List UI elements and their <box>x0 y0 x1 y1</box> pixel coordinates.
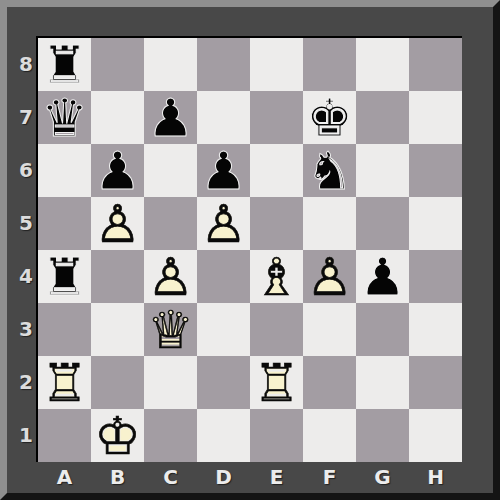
square-c5[interactable] <box>144 197 197 250</box>
square-d2[interactable] <box>197 356 250 409</box>
square-d6[interactable]: ♟ <box>197 144 250 197</box>
rook-outline-icon: ♖ <box>250 357 303 410</box>
square-d1[interactable] <box>197 409 250 462</box>
square-c3[interactable]: ♛♕ <box>144 303 197 356</box>
file-label-e: E <box>250 464 303 493</box>
file-label-h: H <box>409 464 462 493</box>
white-pawn-f4[interactable]: ♟♙ <box>303 250 356 303</box>
square-d4[interactable] <box>197 250 250 303</box>
square-d7[interactable] <box>197 91 250 144</box>
square-h2[interactable] <box>409 356 462 409</box>
file-labels: ABCDEFGH <box>38 464 464 493</box>
square-g2[interactable] <box>356 356 409 409</box>
black-pawn-d6[interactable]: ♟ <box>197 144 250 197</box>
square-h6[interactable] <box>409 144 462 197</box>
white-rook-e2[interactable]: ♜♖ <box>250 356 303 409</box>
square-h4[interactable] <box>409 250 462 303</box>
square-f1[interactable] <box>303 409 356 462</box>
pawn-outline-icon: ♙ <box>144 251 197 304</box>
square-e4[interactable]: ♝♗ <box>250 250 303 303</box>
square-c2[interactable] <box>144 356 197 409</box>
square-h7[interactable] <box>409 91 462 144</box>
square-a5[interactable] <box>38 197 91 250</box>
square-h3[interactable] <box>409 303 462 356</box>
black-pawn-b6[interactable]: ♟ <box>91 144 144 197</box>
square-a8[interactable]: ♜ <box>38 38 91 91</box>
square-b6[interactable]: ♟ <box>91 144 144 197</box>
pawn-icon: ♟ <box>197 145 250 198</box>
pawn-outline-icon: ♙ <box>91 198 144 251</box>
queen-icon: ♛ <box>38 92 91 145</box>
board-frame: 87654321 ♜♛♟♚♟♟♞♟♙♟♙♜♟♙♝♗♟♙♟♛♕♜♖♜♖♚♔ ABC… <box>0 0 500 500</box>
square-g7[interactable] <box>356 91 409 144</box>
file-label-d: D <box>197 464 250 493</box>
square-f2[interactable] <box>303 356 356 409</box>
square-d3[interactable] <box>197 303 250 356</box>
square-g1[interactable] <box>356 409 409 462</box>
black-knight-f6[interactable]: ♞ <box>303 144 356 197</box>
square-b8[interactable] <box>91 38 144 91</box>
square-b5[interactable]: ♟♙ <box>91 197 144 250</box>
square-g8[interactable] <box>356 38 409 91</box>
square-d5[interactable]: ♟♙ <box>197 197 250 250</box>
square-c8[interactable] <box>144 38 197 91</box>
pawn-icon: ♟ <box>144 92 197 145</box>
square-b4[interactable] <box>91 250 144 303</box>
square-f7[interactable]: ♚ <box>303 91 356 144</box>
black-pawn-g4[interactable]: ♟ <box>356 250 409 303</box>
square-g4[interactable]: ♟ <box>356 250 409 303</box>
square-a7[interactable]: ♛ <box>38 91 91 144</box>
rook-icon: ♜ <box>38 39 91 92</box>
file-label-a: A <box>38 464 91 493</box>
square-b1[interactable]: ♚♔ <box>91 409 144 462</box>
square-g6[interactable] <box>356 144 409 197</box>
square-c7[interactable]: ♟ <box>144 91 197 144</box>
pawn-icon: ♟ <box>356 251 409 304</box>
square-c6[interactable] <box>144 144 197 197</box>
queen-outline-icon: ♕ <box>144 304 197 357</box>
square-a1[interactable] <box>38 409 91 462</box>
square-h1[interactable] <box>409 409 462 462</box>
file-label-g: G <box>356 464 409 493</box>
rook-outline-icon: ♖ <box>38 357 91 410</box>
king-icon: ♚ <box>303 92 356 145</box>
square-e5[interactable] <box>250 197 303 250</box>
file-label-c: C <box>144 464 197 493</box>
black-king-f7[interactable]: ♚ <box>303 91 356 144</box>
file-label-f: F <box>303 464 356 493</box>
square-g3[interactable] <box>356 303 409 356</box>
king-outline-icon: ♔ <box>91 410 144 463</box>
black-pawn-c7[interactable]: ♟ <box>144 91 197 144</box>
square-a3[interactable] <box>38 303 91 356</box>
square-e3[interactable] <box>250 303 303 356</box>
pawn-icon: ♟ <box>91 145 144 198</box>
square-f5[interactable] <box>303 197 356 250</box>
black-rook-a8[interactable]: ♜ <box>38 38 91 91</box>
white-pawn-d5[interactable]: ♟♙ <box>197 197 250 250</box>
square-e8[interactable] <box>250 38 303 91</box>
square-e2[interactable]: ♜♖ <box>250 356 303 409</box>
square-g5[interactable] <box>356 197 409 250</box>
square-c1[interactable] <box>144 409 197 462</box>
square-h8[interactable] <box>409 38 462 91</box>
white-pawn-b5[interactable]: ♟♙ <box>91 197 144 250</box>
square-c4[interactable]: ♟♙ <box>144 250 197 303</box>
square-f6[interactable]: ♞ <box>303 144 356 197</box>
white-rook-a2[interactable]: ♜♖ <box>38 356 91 409</box>
knight-icon: ♞ <box>303 145 356 198</box>
square-b7[interactable] <box>91 91 144 144</box>
white-king-b1[interactable]: ♚♔ <box>91 409 144 462</box>
bishop-outline-icon: ♗ <box>250 251 303 304</box>
square-b3[interactable] <box>91 303 144 356</box>
square-f3[interactable] <box>303 303 356 356</box>
rook-icon: ♜ <box>38 251 91 304</box>
black-queen-a7[interactable]: ♛ <box>38 91 91 144</box>
black-rook-a4[interactable]: ♜ <box>38 250 91 303</box>
white-queen-c3[interactable]: ♛♕ <box>144 303 197 356</box>
chess-board: ♜♛♟♚♟♟♞♟♙♟♙♜♟♙♝♗♟♙♟♛♕♜♖♜♖♚♔ <box>36 36 462 462</box>
file-label-b: B <box>91 464 144 493</box>
pawn-outline-icon: ♙ <box>303 251 356 304</box>
square-e6[interactable] <box>250 144 303 197</box>
square-e7[interactable] <box>250 91 303 144</box>
white-bishop-e4[interactable]: ♝♗ <box>250 250 303 303</box>
square-f8[interactable] <box>303 38 356 91</box>
square-b2[interactable] <box>91 356 144 409</box>
square-d8[interactable] <box>197 38 250 91</box>
pawn-outline-icon: ♙ <box>197 198 250 251</box>
square-h5[interactable] <box>409 197 462 250</box>
white-pawn-c4[interactable]: ♟♙ <box>144 250 197 303</box>
square-a6[interactable] <box>38 144 91 197</box>
square-f4[interactable]: ♟♙ <box>303 250 356 303</box>
square-a2[interactable]: ♜♖ <box>38 356 91 409</box>
square-e1[interactable] <box>250 409 303 462</box>
square-a4[interactable]: ♜ <box>38 250 91 303</box>
